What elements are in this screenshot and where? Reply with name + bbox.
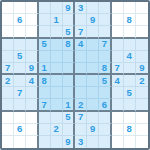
cell-r6c4-given-1[interactable]: 1 [39,63,51,75]
cell-r8c2-given-7[interactable]: 7 [14,87,26,99]
cell-r4c8-empty[interactable] [87,39,99,51]
cell-r8c11-given-5[interactable]: 5 [124,87,136,99]
cell-r8c5-empty[interactable] [51,87,63,99]
cell-r9c12-empty[interactable] [136,99,148,111]
cell-r1c11-empty[interactable] [124,2,136,14]
cell-r5c2-given-5[interactable]: 5 [14,51,26,63]
cell-r6c5-empty[interactable] [51,63,63,75]
cell-r10c7-given-7[interactable]: 7 [75,112,87,124]
cell-r9c7-given-2[interactable]: 2 [75,99,87,111]
cell-r4c1-empty[interactable] [2,39,14,51]
cell-r9c11-empty[interactable] [124,99,136,111]
cell-r4c12-empty[interactable] [136,39,148,51]
cell-r10c11-empty[interactable] [124,112,136,124]
cell-r10c8-empty[interactable] [87,112,99,124]
cell-r9c5-empty[interactable] [51,99,63,111]
cell-r6c11-empty[interactable] [124,63,136,75]
cell-r10c1-empty[interactable] [2,112,14,124]
cell-r2c11-given-8[interactable]: 8 [124,14,136,26]
cell-r9c9-given-6[interactable]: 6 [99,99,111,111]
cell-r4c10-empty[interactable] [112,39,124,51]
cell-r5c3-empty[interactable] [26,51,38,63]
cell-r7c1-given-2[interactable]: 2 [2,75,14,87]
cell-r10c12-empty[interactable] [136,112,148,124]
sudoku-board: 9361985758475479187924854275712657629893 [0,0,150,150]
cell-r7c7-empty[interactable] [75,75,87,87]
cell-r4c9-given-7[interactable]: 7 [99,39,111,51]
cell-r1c3-empty[interactable] [26,2,38,14]
cell-r1c6-given-9[interactable]: 9 [63,2,75,14]
cell-r6c10-given-7[interactable]: 7 [112,63,124,75]
cell-r7c2-empty[interactable] [14,75,26,87]
cell-r12c1-empty[interactable] [2,136,14,148]
cell-r3c8-empty[interactable] [87,26,99,38]
cell-r6c8-empty[interactable] [87,63,99,75]
cell-r4c7-given-4[interactable]: 4 [75,39,87,51]
cell-r3c5-empty[interactable] [51,26,63,38]
cell-r11c4-empty[interactable] [39,124,51,136]
cell-r8c6-empty[interactable] [63,87,75,99]
cell-r5c12-empty[interactable] [136,51,148,63]
cell-r1c8-empty[interactable] [87,2,99,14]
cell-r1c2-empty[interactable] [14,2,26,14]
cell-r5c4-empty[interactable] [39,51,51,63]
cell-r3c2-empty[interactable] [14,26,26,38]
cell-r9c3-empty[interactable] [26,99,38,111]
cell-r12c10-empty[interactable] [112,136,124,148]
cell-r11c3-empty[interactable] [26,124,38,136]
cell-r12c8-empty[interactable] [87,136,99,148]
cell-r10c9-empty[interactable] [99,112,111,124]
cell-r5c10-empty[interactable] [112,51,124,63]
cell-r8c3-empty[interactable] [26,87,38,99]
cell-r11c11-given-8[interactable]: 8 [124,124,136,136]
cell-r11c6-empty[interactable] [63,124,75,136]
cell-r7c3-given-4[interactable]: 4 [26,75,38,87]
cell-r3c9-empty[interactable] [99,26,111,38]
cell-r9c8-empty[interactable] [87,99,99,111]
cell-r8c1-empty[interactable] [2,87,14,99]
cell-r6c2-empty[interactable] [14,63,26,75]
cell-r2c8-given-9[interactable]: 9 [87,14,99,26]
cell-r3c3-empty[interactable] [26,26,38,38]
cell-r11c1-empty[interactable] [2,124,14,136]
cell-r8c4-empty[interactable] [39,87,51,99]
cell-r3c11-empty[interactable] [124,26,136,38]
cell-r12c11-empty[interactable] [124,136,136,148]
cell-r4c3-empty[interactable] [26,39,38,51]
cell-r3c7-given-7[interactable]: 7 [75,26,87,38]
cell-r6c7-empty[interactable] [75,63,87,75]
cell-r2c5-given-1[interactable]: 1 [51,14,63,26]
cell-r9c4-given-7[interactable]: 7 [39,99,51,111]
cell-r2c7-empty[interactable] [75,14,87,26]
cell-r6c3-given-9[interactable]: 9 [26,63,38,75]
cell-r6c12-given-9[interactable]: 9 [136,63,148,75]
cell-r8c8-empty[interactable] [87,87,99,99]
cell-r1c5-empty[interactable] [51,2,63,14]
cell-r11c2-given-6[interactable]: 6 [14,124,26,136]
cell-r1c12-empty[interactable] [136,2,148,14]
cell-r11c10-empty[interactable] [112,124,124,136]
cell-r8c9-empty[interactable] [99,87,111,99]
cell-r1c10-empty[interactable] [112,2,124,14]
cell-r2c9-empty[interactable] [99,14,111,26]
cell-r7c11-empty[interactable] [124,75,136,87]
cell-r1c4-empty[interactable] [39,2,51,14]
cell-r11c5-given-2[interactable]: 2 [51,124,63,136]
cell-r4c6-given-8[interactable]: 8 [63,39,75,51]
cell-r1c9-empty[interactable] [99,2,111,14]
cell-r6c9-given-8[interactable]: 8 [99,63,111,75]
cell-r12c7-given-3[interactable]: 3 [75,136,87,148]
cell-r7c10-given-4[interactable]: 4 [112,75,124,87]
cell-r1c1-empty[interactable] [2,2,14,14]
cell-r7c12-given-2[interactable]: 2 [136,75,148,87]
cell-r2c10-empty[interactable] [112,14,124,26]
cell-r8c12-empty[interactable] [136,87,148,99]
cell-r3c4-empty[interactable] [39,26,51,38]
cell-r10c5-empty[interactable] [51,112,63,124]
cell-r10c10-empty[interactable] [112,112,124,124]
cell-r7c4-given-8[interactable]: 8 [39,75,51,87]
cell-r4c11-empty[interactable] [124,39,136,51]
cell-r11c8-given-9[interactable]: 9 [87,124,99,136]
cell-r5c6-empty[interactable] [63,51,75,63]
cell-r8c10-empty[interactable] [112,87,124,99]
cell-r12c5-empty[interactable] [51,136,63,148]
cell-r7c5-empty[interactable] [51,75,63,87]
cell-r11c9-empty[interactable] [99,124,111,136]
cell-r2c4-empty[interactable] [39,14,51,26]
cell-r9c6-given-1[interactable]: 1 [63,99,75,111]
cell-r2c12-empty[interactable] [136,14,148,26]
cell-r5c9-empty[interactable] [99,51,111,63]
cell-r2c2-given-6[interactable]: 6 [14,14,26,26]
cell-r4c4-given-5[interactable]: 5 [39,39,51,51]
cell-r7c8-empty[interactable] [87,75,99,87]
cell-r10c4-empty[interactable] [39,112,51,124]
cell-r7c6-empty[interactable] [63,75,75,87]
cell-r5c1-empty[interactable] [2,51,14,63]
cell-r11c12-empty[interactable] [136,124,148,136]
cell-r10c6-given-5[interactable]: 5 [63,112,75,124]
cell-r10c3-empty[interactable] [26,112,38,124]
cell-r6c6-empty[interactable] [63,63,75,75]
cell-r2c6-empty[interactable] [63,14,75,26]
cell-r11c7-empty[interactable] [75,124,87,136]
cell-r5c7-empty[interactable] [75,51,87,63]
cell-r3c1-empty[interactable] [2,26,14,38]
cell-r10c2-empty[interactable] [14,112,26,124]
cell-r5c8-empty[interactable] [87,51,99,63]
cell-r9c10-empty[interactable] [112,99,124,111]
cell-r3c10-empty[interactable] [112,26,124,38]
cell-r4c2-empty[interactable] [14,39,26,51]
cell-r12c12-empty[interactable] [136,136,148,148]
cell-r3c12-empty[interactable] [136,26,148,38]
cell-r12c6-given-9[interactable]: 9 [63,136,75,148]
cell-r2c1-empty[interactable] [2,14,14,26]
cell-r12c9-empty[interactable] [99,136,111,148]
cell-r12c2-empty[interactable] [14,136,26,148]
cell-r9c2-empty[interactable] [14,99,26,111]
cell-r5c11-given-4[interactable]: 4 [124,51,136,63]
cell-r9c1-empty[interactable] [2,99,14,111]
cell-r1c7-given-3[interactable]: 3 [75,2,87,14]
cell-r5c5-empty[interactable] [51,51,63,63]
cell-r2c3-empty[interactable] [26,14,38,26]
cell-r3c6-given-5[interactable]: 5 [63,26,75,38]
cell-r6c1-given-7[interactable]: 7 [2,63,14,75]
cell-r4c5-empty[interactable] [51,39,63,51]
cell-r8c7-empty[interactable] [75,87,87,99]
cell-r7c9-given-5[interactable]: 5 [99,75,111,87]
cell-r12c3-empty[interactable] [26,136,38,148]
cell-r12c4-empty[interactable] [39,136,51,148]
